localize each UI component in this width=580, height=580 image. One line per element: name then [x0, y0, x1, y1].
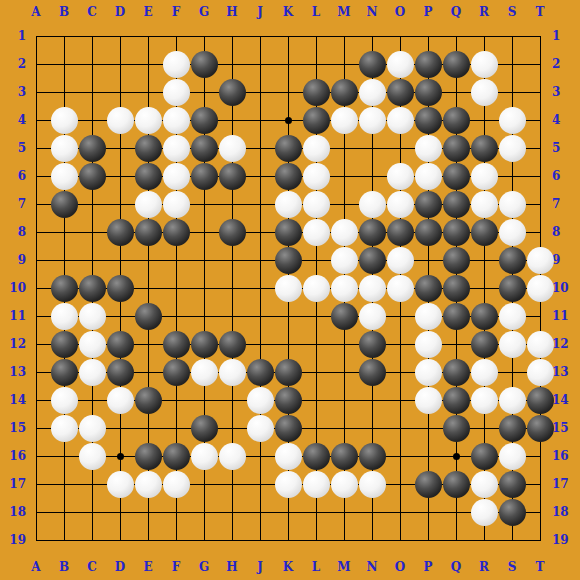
black-stone-K8[interactable] [275, 219, 302, 246]
column-label-bottom-C: C [82, 561, 102, 573]
black-stone-R12[interactable] [471, 331, 498, 358]
column-label-bottom-H: H [222, 561, 242, 573]
black-stone-C6[interactable] [79, 163, 106, 190]
black-stone-P10[interactable] [415, 275, 442, 302]
column-label-top-A: A [26, 6, 46, 18]
white-stone-P5[interactable] [415, 135, 442, 162]
black-stone-K13[interactable] [275, 359, 302, 386]
column-label-bottom-D: D [110, 561, 130, 573]
row-label-right-18: 18 [552, 506, 576, 518]
black-stone-D10[interactable] [107, 275, 134, 302]
black-stone-M11[interactable] [331, 303, 358, 330]
column-label-bottom-T: T [530, 561, 550, 573]
white-stone-S11[interactable] [499, 303, 526, 330]
white-stone-L6[interactable] [303, 163, 330, 190]
black-stone-N2[interactable] [359, 51, 386, 78]
row-label-left-1: 1 [2, 30, 26, 42]
row-label-left-18: 18 [2, 506, 26, 518]
white-stone-S5[interactable] [499, 135, 526, 162]
white-stone-G16[interactable] [191, 443, 218, 470]
row-label-left-13: 13 [2, 366, 26, 378]
black-stone-D13[interactable] [107, 359, 134, 386]
white-stone-K16[interactable] [275, 443, 302, 470]
black-stone-P3[interactable] [415, 79, 442, 106]
black-stone-G12[interactable] [191, 331, 218, 358]
column-label-top-R: R [474, 6, 494, 18]
column-label-bottom-G: G [194, 561, 214, 573]
white-stone-N7[interactable] [359, 191, 386, 218]
column-label-top-Q: Q [446, 6, 466, 18]
white-stone-F17[interactable] [163, 471, 190, 498]
black-stone-L16[interactable] [303, 443, 330, 470]
black-stone-B7[interactable] [51, 191, 78, 218]
row-label-left-4: 4 [2, 114, 26, 126]
white-stone-H13[interactable] [219, 359, 246, 386]
row-label-right-16: 16 [552, 450, 576, 462]
column-label-top-F: F [166, 6, 186, 18]
white-stone-P6[interactable] [415, 163, 442, 190]
white-stone-E4[interactable] [135, 107, 162, 134]
white-stone-T9[interactable] [527, 247, 554, 274]
column-label-bottom-S: S [502, 561, 522, 573]
row-label-right-5: 5 [552, 142, 576, 154]
black-stone-F13[interactable] [163, 359, 190, 386]
black-stone-R16[interactable] [471, 443, 498, 470]
black-stone-N8[interactable] [359, 219, 386, 246]
row-label-left-15: 15 [2, 422, 26, 434]
go-board[interactable]: ABCDEFGHJKLMNOPQRST ABCDEFGHJKLMNOPQRST … [0, 0, 580, 580]
black-stone-Q13[interactable] [443, 359, 470, 386]
black-stone-P7[interactable] [415, 191, 442, 218]
white-stone-L7[interactable] [303, 191, 330, 218]
black-stone-N9[interactable] [359, 247, 386, 274]
white-stone-T12[interactable] [527, 331, 554, 358]
white-stone-C12[interactable] [79, 331, 106, 358]
black-stone-B12[interactable] [51, 331, 78, 358]
white-stone-S12[interactable] [499, 331, 526, 358]
black-stone-P17[interactable] [415, 471, 442, 498]
white-stone-N3[interactable] [359, 79, 386, 106]
row-label-right-19: 19 [552, 534, 576, 546]
black-stone-K5[interactable] [275, 135, 302, 162]
black-stone-P2[interactable] [415, 51, 442, 78]
black-stone-H8[interactable] [219, 219, 246, 246]
black-stone-R5[interactable] [471, 135, 498, 162]
star-point-Q16 [453, 453, 460, 460]
black-stone-J13[interactable] [247, 359, 274, 386]
white-stone-R17[interactable] [471, 471, 498, 498]
white-stone-S4[interactable] [499, 107, 526, 134]
white-stone-O9[interactable] [387, 247, 414, 274]
white-stone-T13[interactable] [527, 359, 554, 386]
white-stone-C13[interactable] [79, 359, 106, 386]
black-stone-H12[interactable] [219, 331, 246, 358]
column-label-bottom-O: O [390, 561, 410, 573]
column-label-bottom-K: K [278, 561, 298, 573]
black-stone-G5[interactable] [191, 135, 218, 162]
white-stone-N17[interactable] [359, 471, 386, 498]
white-stone-F3[interactable] [163, 79, 190, 106]
white-stone-H16[interactable] [219, 443, 246, 470]
black-stone-R8[interactable] [471, 219, 498, 246]
row-label-right-12: 12 [552, 338, 576, 350]
black-stone-Q9[interactable] [443, 247, 470, 274]
column-label-bottom-A: A [26, 561, 46, 573]
black-stone-Q11[interactable] [443, 303, 470, 330]
column-label-bottom-M: M [334, 561, 354, 573]
black-stone-F12[interactable] [163, 331, 190, 358]
black-stone-D12[interactable] [107, 331, 134, 358]
white-stone-M4[interactable] [331, 107, 358, 134]
black-stone-E8[interactable] [135, 219, 162, 246]
column-label-top-P: P [418, 6, 438, 18]
white-stone-S8[interactable] [499, 219, 526, 246]
black-stone-K14[interactable] [275, 387, 302, 414]
row-label-left-7: 7 [2, 198, 26, 210]
column-label-top-T: T [530, 6, 550, 18]
column-label-top-G: G [194, 6, 214, 18]
row-label-right-2: 2 [552, 58, 576, 70]
row-label-left-19: 19 [2, 534, 26, 546]
column-label-top-H: H [222, 6, 242, 18]
column-label-top-M: M [334, 6, 354, 18]
row-label-right-11: 11 [552, 310, 576, 322]
row-label-left-2: 2 [2, 58, 26, 70]
white-stone-R13[interactable] [471, 359, 498, 386]
row-label-left-17: 17 [2, 478, 26, 490]
white-stone-K7[interactable] [275, 191, 302, 218]
row-label-left-6: 6 [2, 170, 26, 182]
row-label-left-11: 11 [2, 310, 26, 322]
white-stone-S16[interactable] [499, 443, 526, 470]
white-stone-O2[interactable] [387, 51, 414, 78]
row-label-left-12: 12 [2, 338, 26, 350]
white-stone-B15[interactable] [51, 415, 78, 442]
black-stone-D8[interactable] [107, 219, 134, 246]
column-label-top-N: N [362, 6, 382, 18]
white-stone-L8[interactable] [303, 219, 330, 246]
black-stone-Q6[interactable] [443, 163, 470, 190]
black-stone-H6[interactable] [219, 163, 246, 190]
column-label-top-C: C [82, 6, 102, 18]
column-label-bottom-B: B [54, 561, 74, 573]
row-label-left-14: 14 [2, 394, 26, 406]
row-label-left-16: 16 [2, 450, 26, 462]
white-stone-H5[interactable] [219, 135, 246, 162]
white-stone-D4[interactable] [107, 107, 134, 134]
row-label-left-9: 9 [2, 254, 26, 266]
white-stone-F6[interactable] [163, 163, 190, 190]
black-stone-K6[interactable] [275, 163, 302, 190]
black-stone-T14[interactable] [527, 387, 554, 414]
row-label-left-8: 8 [2, 226, 26, 238]
white-stone-C16[interactable] [79, 443, 106, 470]
white-stone-N10[interactable] [359, 275, 386, 302]
white-stone-L10[interactable] [303, 275, 330, 302]
black-stone-G4[interactable] [191, 107, 218, 134]
black-stone-B10[interactable] [51, 275, 78, 302]
black-stone-L3[interactable] [303, 79, 330, 106]
column-label-top-B: B [54, 6, 74, 18]
white-stone-R14[interactable] [471, 387, 498, 414]
white-stone-O10[interactable] [387, 275, 414, 302]
white-stone-O6[interactable] [387, 163, 414, 190]
white-stone-R18[interactable] [471, 499, 498, 526]
row-label-right-13: 13 [552, 366, 576, 378]
row-label-right-7: 7 [552, 198, 576, 210]
black-stone-G6[interactable] [191, 163, 218, 190]
column-label-top-S: S [502, 6, 522, 18]
white-stone-G13[interactable] [191, 359, 218, 386]
white-stone-K17[interactable] [275, 471, 302, 498]
black-stone-S17[interactable] [499, 471, 526, 498]
row-label-left-10: 10 [2, 282, 26, 294]
black-stone-O3[interactable] [387, 79, 414, 106]
row-label-right-6: 6 [552, 170, 576, 182]
black-stone-O8[interactable] [387, 219, 414, 246]
row-label-right-4: 4 [552, 114, 576, 126]
black-stone-P8[interactable] [415, 219, 442, 246]
black-stone-S18[interactable] [499, 499, 526, 526]
white-stone-B5[interactable] [51, 135, 78, 162]
white-stone-M8[interactable] [331, 219, 358, 246]
white-stone-C15[interactable] [79, 415, 106, 442]
white-stone-D14[interactable] [107, 387, 134, 414]
black-stone-T15[interactable] [527, 415, 554, 442]
black-stone-E14[interactable] [135, 387, 162, 414]
star-point-D16 [117, 453, 124, 460]
black-stone-G15[interactable] [191, 415, 218, 442]
white-stone-S7[interactable] [499, 191, 526, 218]
black-stone-N13[interactable] [359, 359, 386, 386]
row-label-right-14: 14 [552, 394, 576, 406]
white-stone-R6[interactable] [471, 163, 498, 190]
white-stone-J15[interactable] [247, 415, 274, 442]
black-stone-Q14[interactable] [443, 387, 470, 414]
black-stone-K9[interactable] [275, 247, 302, 274]
white-stone-M10[interactable] [331, 275, 358, 302]
column-label-bottom-Q: Q [446, 561, 466, 573]
black-stone-Q2[interactable] [443, 51, 470, 78]
row-label-right-1: 1 [552, 30, 576, 42]
white-stone-E7[interactable] [135, 191, 162, 218]
column-label-bottom-J: J [250, 561, 270, 573]
white-stone-P11[interactable] [415, 303, 442, 330]
row-label-right-10: 10 [552, 282, 576, 294]
white-stone-C11[interactable] [79, 303, 106, 330]
column-label-bottom-P: P [418, 561, 438, 573]
white-stone-R3[interactable] [471, 79, 498, 106]
black-stone-R11[interactable] [471, 303, 498, 330]
white-stone-F7[interactable] [163, 191, 190, 218]
black-stone-Q8[interactable] [443, 219, 470, 246]
column-label-bottom-N: N [362, 561, 382, 573]
white-stone-L5[interactable] [303, 135, 330, 162]
black-stone-N12[interactable] [359, 331, 386, 358]
white-stone-J14[interactable] [247, 387, 274, 414]
white-stone-B6[interactable] [51, 163, 78, 190]
black-stone-M16[interactable] [331, 443, 358, 470]
black-stone-S9[interactable] [499, 247, 526, 274]
row-label-right-3: 3 [552, 86, 576, 98]
star-point-K4 [285, 117, 292, 124]
black-stone-E16[interactable] [135, 443, 162, 470]
white-stone-O7[interactable] [387, 191, 414, 218]
black-stone-M3[interactable] [331, 79, 358, 106]
black-stone-Q4[interactable] [443, 107, 470, 134]
black-stone-L4[interactable] [303, 107, 330, 134]
white-stone-M9[interactable] [331, 247, 358, 274]
white-stone-P14[interactable] [415, 387, 442, 414]
white-stone-M17[interactable] [331, 471, 358, 498]
white-stone-B14[interactable] [51, 387, 78, 414]
white-stone-D17[interactable] [107, 471, 134, 498]
black-stone-E6[interactable] [135, 163, 162, 190]
black-stone-Q5[interactable] [443, 135, 470, 162]
black-stone-E5[interactable] [135, 135, 162, 162]
white-stone-F2[interactable] [163, 51, 190, 78]
black-stone-Q15[interactable] [443, 415, 470, 442]
white-stone-R7[interactable] [471, 191, 498, 218]
white-stone-K10[interactable] [275, 275, 302, 302]
black-stone-B13[interactable] [51, 359, 78, 386]
black-stone-H3[interactable] [219, 79, 246, 106]
black-stone-G2[interactable] [191, 51, 218, 78]
black-stone-P4[interactable] [415, 107, 442, 134]
column-label-bottom-E: E [138, 561, 158, 573]
black-stone-Q17[interactable] [443, 471, 470, 498]
column-label-top-J: J [250, 6, 270, 18]
row-label-left-5: 5 [2, 142, 26, 154]
column-label-top-D: D [110, 6, 130, 18]
white-stone-P13[interactable] [415, 359, 442, 386]
column-label-top-O: O [390, 6, 410, 18]
white-stone-P12[interactable] [415, 331, 442, 358]
white-stone-R2[interactable] [471, 51, 498, 78]
black-stone-N16[interactable] [359, 443, 386, 470]
white-stone-E17[interactable] [135, 471, 162, 498]
black-stone-C10[interactable] [79, 275, 106, 302]
white-stone-S14[interactable] [499, 387, 526, 414]
column-label-top-L: L [306, 6, 326, 18]
black-stone-Q7[interactable] [443, 191, 470, 218]
white-stone-F5[interactable] [163, 135, 190, 162]
column-label-bottom-F: F [166, 561, 186, 573]
white-stone-N11[interactable] [359, 303, 386, 330]
row-label-right-8: 8 [552, 226, 576, 238]
column-label-top-K: K [278, 6, 298, 18]
white-stone-F4[interactable] [163, 107, 190, 134]
white-stone-B11[interactable] [51, 303, 78, 330]
black-stone-S15[interactable] [499, 415, 526, 442]
row-label-right-9: 9 [552, 254, 576, 266]
row-label-right-15: 15 [552, 422, 576, 434]
black-stone-E11[interactable] [135, 303, 162, 330]
white-stone-B4[interactable] [51, 107, 78, 134]
black-stone-F16[interactable] [163, 443, 190, 470]
column-label-bottom-L: L [306, 561, 326, 573]
black-stone-Q10[interactable] [443, 275, 470, 302]
black-stone-F8[interactable] [163, 219, 190, 246]
column-label-top-E: E [138, 6, 158, 18]
row-label-left-3: 3 [2, 86, 26, 98]
column-label-bottom-R: R [474, 561, 494, 573]
white-stone-T10[interactable] [527, 275, 554, 302]
white-stone-L17[interactable] [303, 471, 330, 498]
row-label-right-17: 17 [552, 478, 576, 490]
black-stone-K15[interactable] [275, 415, 302, 442]
white-stone-N4[interactable] [359, 107, 386, 134]
black-stone-C5[interactable] [79, 135, 106, 162]
black-stone-S10[interactable] [499, 275, 526, 302]
white-stone-O4[interactable] [387, 107, 414, 134]
